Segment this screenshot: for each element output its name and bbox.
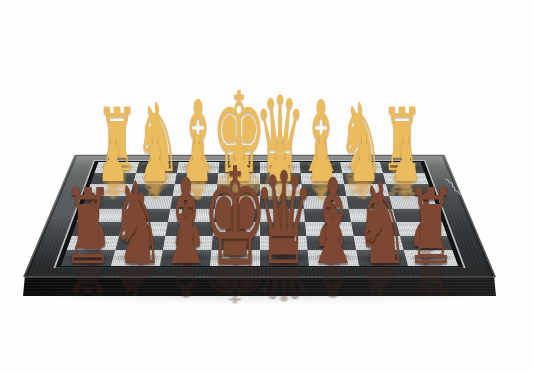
square-r1c1	[133, 173, 177, 184]
square-r5c3	[213, 222, 260, 236]
board-shadow	[16, 293, 506, 305]
square-r5c1	[119, 222, 168, 236]
square-r2c3	[216, 184, 259, 196]
square-r4c4	[260, 208, 306, 221]
square-r5c2	[166, 222, 214, 236]
square-r4c1	[123, 208, 171, 221]
chessboard	[23, 155, 496, 277]
square-r5c5	[305, 222, 353, 236]
square-r5c7	[396, 222, 447, 236]
square-r4c0	[77, 208, 126, 221]
square-r0c4	[260, 162, 301, 173]
square-r3c3	[215, 196, 259, 209]
square-r6c6	[353, 236, 404, 251]
square-r3c7	[389, 196, 437, 209]
square-r7c7	[404, 250, 458, 266]
square-r3c1	[126, 196, 173, 209]
square-r1c2	[175, 173, 218, 184]
square-r2c7	[386, 184, 433, 196]
square-r3c0	[82, 196, 130, 209]
square-r5c4	[260, 222, 307, 236]
square-r1c3	[217, 173, 259, 184]
square-r7c2	[160, 250, 211, 266]
board-inner-frame	[55, 161, 463, 268]
square-r4c7	[393, 208, 442, 221]
square-r6c1	[115, 236, 166, 251]
square-r0c7	[380, 162, 424, 173]
square-r1c7	[383, 173, 428, 184]
square-r7c4	[260, 250, 310, 266]
square-r3c6	[346, 196, 393, 209]
square-r2c1	[130, 184, 175, 196]
square-r2c6	[344, 184, 389, 196]
square-r6c4	[260, 236, 308, 251]
square-r0c0	[95, 162, 139, 173]
square-r4c6	[348, 208, 396, 221]
square-r0c1	[136, 162, 179, 173]
square-r0c3	[218, 162, 259, 173]
product-photo[interactable]: ♜♜♞♞♝♝♚♚♛♛♝♝♞♞♜♜♟♟♟♟♟♟♟♟♟♟♟♟♟♟♟♟♟♟♟♟♟♟♟♟…	[0, 0, 533, 373]
square-r7c6	[356, 250, 408, 266]
square-r6c7	[400, 236, 452, 251]
square-r2c5	[302, 184, 346, 196]
square-r2c2	[173, 184, 217, 196]
square-r7c0	[61, 250, 115, 266]
square-r5c6	[351, 222, 400, 236]
square-r6c5	[306, 236, 356, 251]
square-r4c2	[168, 208, 215, 221]
square-r4c3	[214, 208, 260, 221]
square-r6c2	[163, 236, 213, 251]
board-grid	[61, 162, 458, 266]
square-r2c4	[260, 184, 303, 196]
board-pinstripe-frame	[53, 160, 465, 268]
square-r1c5	[301, 173, 344, 184]
square-r5c0	[72, 222, 123, 236]
square-r6c0	[67, 236, 119, 251]
square-r7c3	[210, 250, 260, 266]
square-r0c6	[340, 162, 383, 173]
square-r7c1	[111, 250, 163, 266]
square-r3c4	[260, 196, 304, 209]
square-r1c4	[260, 173, 302, 184]
square-r3c2	[171, 196, 217, 209]
square-r1c6	[342, 173, 386, 184]
square-r0c5	[300, 162, 342, 173]
square-r1c0	[91, 173, 136, 184]
square-r4c5	[304, 208, 351, 221]
square-r0c2	[177, 162, 219, 173]
square-r3c5	[303, 196, 349, 209]
square-r7c5	[308, 250, 359, 266]
square-r6c3	[211, 236, 259, 251]
square-r2c0	[86, 184, 133, 196]
